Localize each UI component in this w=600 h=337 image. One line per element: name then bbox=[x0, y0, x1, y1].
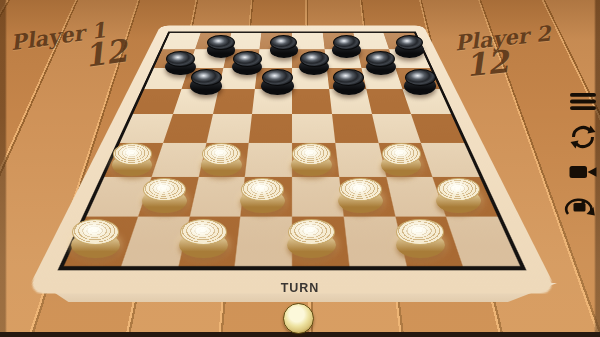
board-square[interactable] bbox=[411, 114, 464, 143]
board-square[interactable] bbox=[324, 49, 361, 68]
board-square[interactable] bbox=[328, 89, 371, 114]
board-square[interactable] bbox=[292, 89, 332, 114]
board-square[interactable] bbox=[181, 68, 223, 89]
board-square[interactable] bbox=[353, 32, 389, 49]
turn-indicator-piece bbox=[283, 303, 314, 334]
video-camera-icon[interactable] bbox=[569, 165, 597, 179]
restart-icon[interactable] bbox=[570, 125, 596, 149]
board-square[interactable] bbox=[383, 32, 421, 49]
board-square[interactable] bbox=[198, 142, 249, 176]
board-square[interactable] bbox=[292, 32, 324, 49]
board-square[interactable] bbox=[188, 49, 227, 68]
board-square[interactable] bbox=[395, 68, 439, 89]
board-square[interactable] bbox=[252, 89, 292, 114]
board-square[interactable] bbox=[326, 68, 365, 89]
menu-icon[interactable] bbox=[570, 93, 596, 110]
board-square[interactable] bbox=[259, 32, 291, 49]
checkers-game-screen: Player 1 12 Player 2 12 TURN bbox=[0, 0, 600, 337]
board-square[interactable] bbox=[205, 114, 251, 143]
board-square[interactable] bbox=[222, 49, 259, 68]
board-square[interactable] bbox=[292, 176, 343, 216]
board-square[interactable] bbox=[177, 217, 240, 266]
board-square[interactable] bbox=[162, 32, 200, 49]
board-square[interactable] bbox=[335, 142, 386, 176]
board-square[interactable] bbox=[331, 114, 377, 143]
board-square[interactable] bbox=[292, 142, 339, 176]
board-square[interactable] bbox=[402, 89, 450, 114]
board-square[interactable] bbox=[248, 114, 291, 143]
board-square[interactable] bbox=[194, 32, 230, 49]
board-square[interactable] bbox=[292, 217, 349, 266]
board-square[interactable] bbox=[257, 49, 292, 68]
board-square[interactable] bbox=[227, 32, 261, 49]
board-square[interactable] bbox=[189, 176, 245, 216]
board-square[interactable] bbox=[240, 176, 291, 216]
board-square[interactable] bbox=[245, 142, 292, 176]
board-square[interactable] bbox=[292, 114, 335, 143]
board-square[interactable] bbox=[255, 68, 292, 89]
turn-label: TURN bbox=[250, 281, 350, 295]
board-square[interactable] bbox=[322, 32, 356, 49]
rotate-camera-icon[interactable] bbox=[564, 195, 595, 220]
board-square[interactable] bbox=[292, 68, 329, 89]
board-square[interactable] bbox=[292, 49, 327, 68]
board-square[interactable] bbox=[234, 217, 291, 266]
board-square[interactable] bbox=[389, 49, 430, 68]
board-square[interactable] bbox=[338, 176, 394, 216]
board-square[interactable] bbox=[218, 68, 257, 89]
board-square[interactable] bbox=[172, 89, 217, 114]
board-square[interactable] bbox=[212, 89, 255, 114]
